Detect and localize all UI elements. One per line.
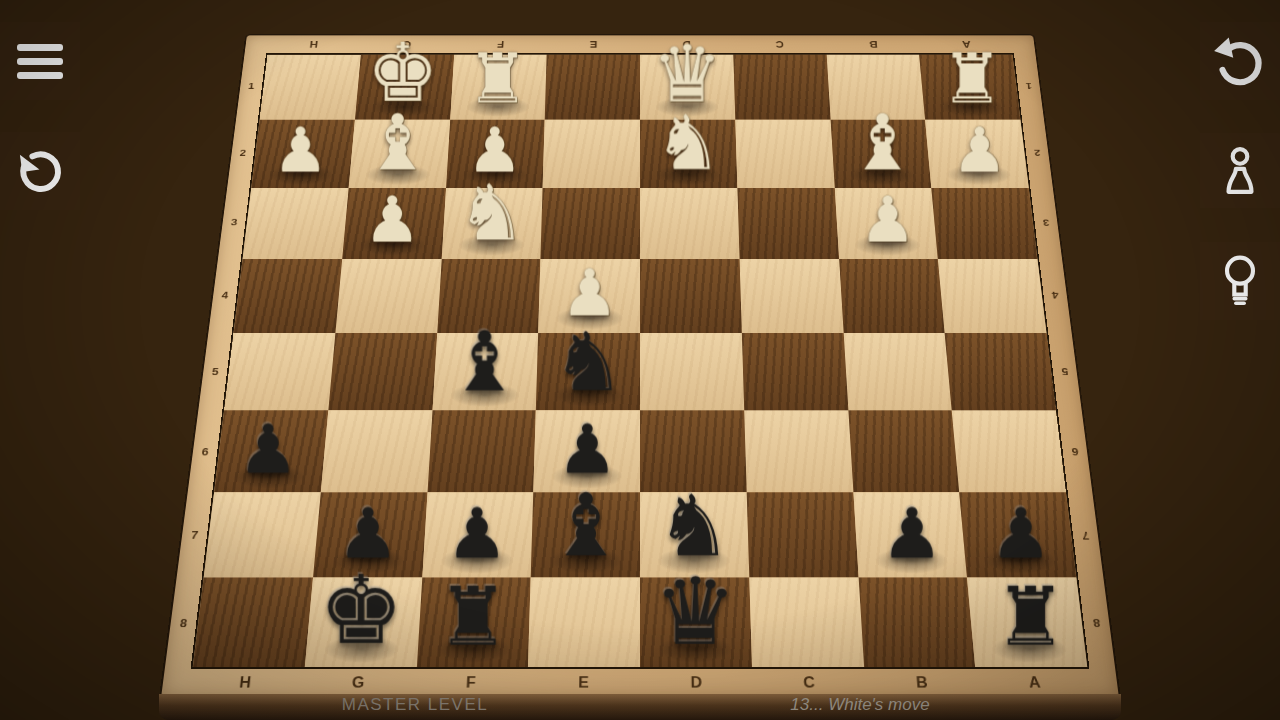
- black-pawn[interactable]: ♟: [446, 501, 508, 567]
- square-f5[interactable]: ♝: [432, 333, 538, 411]
- black-pawn[interactable]: ♟: [881, 501, 943, 567]
- square-b8[interactable]: [858, 577, 975, 667]
- white-bishop[interactable]: ♝: [848, 106, 917, 179]
- square-d8[interactable]: ♛: [640, 577, 752, 667]
- file-label-top-h: H: [266, 35, 361, 53]
- menu-icon: [17, 44, 63, 79]
- white-bishop[interactable]: ♝: [363, 106, 432, 179]
- hint-button[interactable]: [1200, 242, 1280, 320]
- white-pawn[interactable]: ♟: [951, 121, 1006, 180]
- white-pawn[interactable]: ♟: [273, 121, 328, 180]
- menu-button[interactable]: [0, 22, 80, 100]
- move-status: 13... White's move: [765, 694, 955, 716]
- square-h4[interactable]: [234, 259, 342, 333]
- square-c3[interactable]: [737, 188, 839, 259]
- square-f6[interactable]: [427, 411, 536, 492]
- board-playing-area: ♚♜♛♜♟♝♟♞♝♟♟♞♟♟♝♞♟♟♟♟♝♞♟♟♚♜♛♜: [191, 53, 1090, 668]
- board-front-edge: [159, 694, 1121, 720]
- square-g8[interactable]: ♚: [305, 577, 422, 667]
- square-c6[interactable]: [744, 411, 853, 492]
- square-a5[interactable]: [945, 333, 1056, 411]
- square-c5[interactable]: [742, 333, 848, 411]
- restart-icon: [14, 145, 66, 197]
- square-e8[interactable]: [528, 577, 640, 667]
- square-d3[interactable]: [640, 188, 739, 259]
- file-label-bottom-g: G: [300, 669, 415, 697]
- square-f8[interactable]: ♜: [416, 577, 531, 667]
- board-frame: HGFEDCBA HGFEDCBA 12345678 12345678 ♚♜♛♜…: [160, 35, 1120, 698]
- square-c2[interactable]: [735, 120, 834, 188]
- black-pawn[interactable]: ♟: [989, 501, 1051, 567]
- hint-bulb-icon: [1215, 253, 1265, 309]
- file-labels-top: HGFEDCBA: [266, 35, 1014, 53]
- square-b4[interactable]: [839, 259, 945, 333]
- board-grid: ♚♜♛♜♟♝♟♞♝♟♟♞♟♟♝♞♟♟♟♟♝♞♟♟♚♜♛♜: [193, 55, 1087, 667]
- square-b6[interactable]: [848, 411, 959, 492]
- black-pawn[interactable]: ♟: [238, 417, 299, 481]
- square-a2[interactable]: ♟: [925, 120, 1028, 188]
- black-rook[interactable]: ♜: [994, 579, 1067, 656]
- file-label-top-g: G: [360, 35, 455, 53]
- square-e1[interactable]: [545, 55, 640, 120]
- square-f7[interactable]: ♟: [422, 492, 534, 577]
- white-rook[interactable]: ♜: [467, 46, 529, 112]
- square-b3[interactable]: ♟: [834, 188, 938, 259]
- square-h6[interactable]: ♟: [214, 411, 328, 492]
- file-label-top-e: E: [547, 35, 640, 53]
- black-pawn[interactable]: ♟: [557, 417, 618, 481]
- square-g5[interactable]: [328, 333, 437, 411]
- square-h5[interactable]: [224, 333, 335, 411]
- black-queen[interactable]: ♛: [654, 567, 737, 655]
- square-e3[interactable]: [541, 188, 640, 259]
- square-f3[interactable]: ♞: [441, 188, 543, 259]
- file-label-bottom-a: A: [977, 669, 1093, 697]
- square-b5[interactable]: [843, 333, 952, 411]
- square-c1[interactable]: [733, 55, 830, 120]
- square-f1[interactable]: ♜: [450, 55, 547, 120]
- square-a6[interactable]: [952, 411, 1066, 492]
- square-e5[interactable]: ♞: [536, 333, 640, 411]
- file-label-top-f: F: [453, 35, 547, 53]
- white-pawn[interactable]: ♟: [859, 190, 916, 250]
- square-d2[interactable]: ♞: [640, 120, 737, 188]
- square-c4[interactable]: [739, 259, 843, 333]
- square-h1[interactable]: [260, 55, 361, 120]
- file-label-bottom-h: H: [187, 669, 303, 697]
- square-c8[interactable]: [749, 577, 864, 667]
- file-label-top-d: D: [640, 35, 733, 53]
- level-label: MASTER LEVEL: [335, 694, 495, 716]
- pawn-icon: [1215, 143, 1265, 199]
- black-knight[interactable]: ♞: [552, 324, 625, 401]
- file-label-bottom-c: C: [752, 669, 866, 697]
- white-rook[interactable]: ♜: [941, 46, 1003, 112]
- file-labels-bottom: HGFEDCBA: [187, 669, 1093, 697]
- file-label-top-c: C: [733, 35, 827, 53]
- undo-icon: [1213, 34, 1267, 88]
- square-b7[interactable]: ♟: [853, 492, 967, 577]
- square-a4[interactable]: [938, 259, 1046, 333]
- file-label-bottom-e: E: [527, 669, 640, 697]
- pieces-button[interactable]: [1200, 133, 1280, 208]
- file-label-top-b: B: [826, 35, 921, 53]
- file-label-bottom-b: B: [865, 669, 980, 697]
- square-g2[interactable]: ♝: [348, 120, 449, 188]
- square-g4[interactable]: [335, 259, 441, 333]
- square-a7[interactable]: ♟: [959, 492, 1076, 577]
- chess-board[interactable]: HGFEDCBA HGFEDCBA 12345678 12345678 ♚♜♛♜…: [160, 35, 1120, 698]
- square-d5[interactable]: [640, 333, 744, 411]
- file-label-bottom-d: D: [640, 669, 753, 697]
- restart-button[interactable]: [0, 132, 80, 210]
- square-a1[interactable]: ♜: [919, 55, 1020, 120]
- square-h7[interactable]: [204, 492, 321, 577]
- white-knight[interactable]: ♞: [655, 107, 723, 179]
- square-h8[interactable]: [193, 577, 313, 667]
- square-b2[interactable]: ♝: [830, 120, 931, 188]
- square-h3[interactable]: [243, 188, 349, 259]
- black-bishop[interactable]: ♝: [547, 484, 625, 566]
- file-label-top-a: A: [919, 35, 1014, 53]
- square-e2[interactable]: [543, 120, 640, 188]
- square-c7[interactable]: [746, 492, 858, 577]
- square-e7[interactable]: ♝: [531, 492, 640, 577]
- square-g6[interactable]: [321, 411, 432, 492]
- file-label-bottom-f: F: [414, 669, 528, 697]
- white-pawn[interactable]: ♟: [364, 190, 421, 250]
- black-rook[interactable]: ♜: [436, 579, 509, 656]
- black-king[interactable]: ♚: [319, 566, 404, 656]
- square-h2[interactable]: ♟: [251, 120, 354, 188]
- square-a8[interactable]: ♜: [967, 577, 1087, 667]
- square-g3[interactable]: ♟: [342, 188, 446, 259]
- square-a3[interactable]: [932, 188, 1038, 259]
- black-bishop[interactable]: ♝: [447, 322, 521, 401]
- undo-button[interactable]: [1200, 22, 1280, 100]
- black-knight[interactable]: ♞: [656, 486, 732, 567]
- square-d4[interactable]: [640, 259, 742, 333]
- white-knight[interactable]: ♞: [457, 176, 526, 249]
